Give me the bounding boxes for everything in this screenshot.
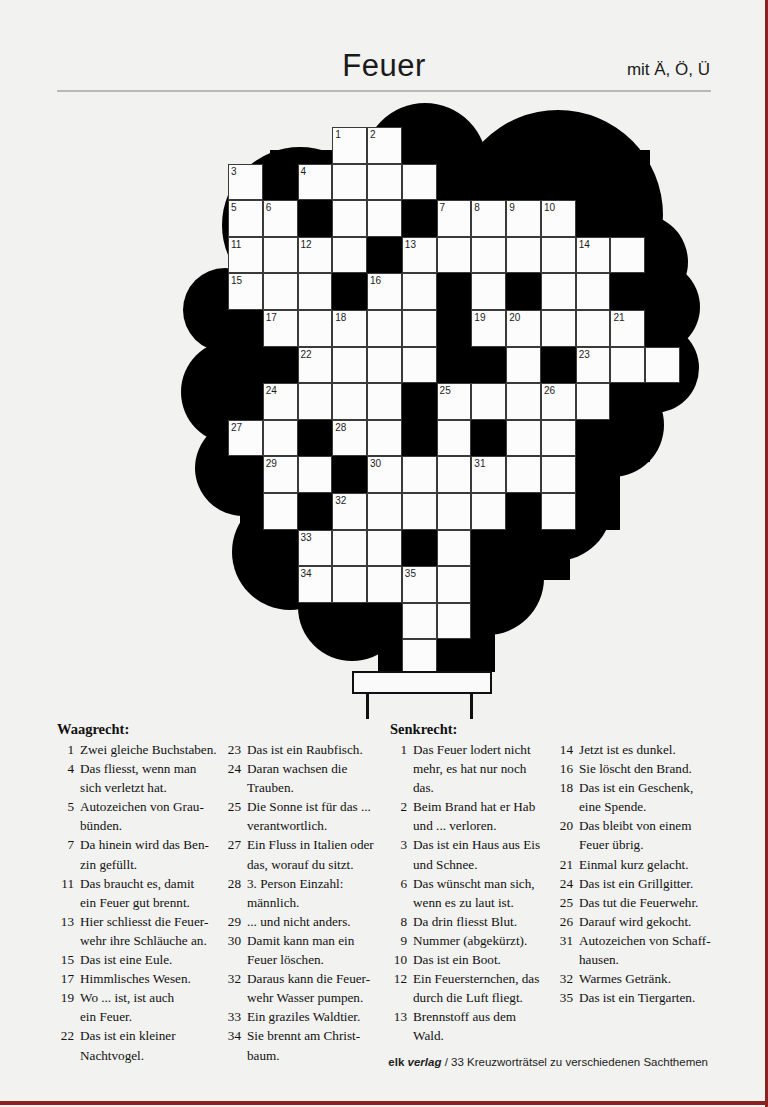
cell-r3c8[interactable]: 8 <box>471 200 506 237</box>
cell-r7c9[interactable] <box>506 347 541 384</box>
clue-text: Das Feuer lodert nicht mehr, es hat nur … <box>413 740 531 797</box>
cell-r10c3[interactable] <box>298 456 333 493</box>
cell-r4c4[interactable] <box>332 237 367 274</box>
clue-text: Sie löscht den Brand. <box>579 759 692 778</box>
cell-r12c3[interactable]: 33 <box>298 530 333 567</box>
cell-r4c8[interactable] <box>471 237 506 274</box>
clue-down-35: 35Das ist ein Tiergarten. <box>556 988 720 1007</box>
clue-number: 25 <box>556 893 573 912</box>
across-clues-col2: 23Das ist ein Raubfisch.24Daran wachsen … <box>224 740 396 1065</box>
cell-number-2: 2 <box>370 129 376 140</box>
cell-number-7: 7 <box>440 202 446 213</box>
clue-number: 3 <box>390 835 407 873</box>
cell-number-27: 27 <box>231 422 242 433</box>
cell-r6c4[interactable]: 18 <box>332 310 367 347</box>
cell-r10c9[interactable] <box>506 456 541 493</box>
clue-text: Das tut die Feuerwehr. <box>579 893 698 912</box>
clue-across-28: 283. Person Einzahl: männlich. <box>224 874 396 912</box>
clue-text: Autozeichen von Schaff- hausen. <box>579 931 711 969</box>
clue-across-24: 24Daran wachsen die Trauben. <box>224 759 396 797</box>
clue-number: 26 <box>556 912 573 931</box>
publisher-brand2: verlag <box>408 1056 442 1068</box>
clue-across-25: 25Die Sonne ist für das ... verantwortli… <box>224 797 396 835</box>
clue-down-16: 16Sie löscht den Brand. <box>556 759 720 778</box>
cell-r13c7[interactable] <box>437 566 472 603</box>
clue-down-9: 9Nummer (abgekürzt). <box>390 931 554 950</box>
cell-r2c3[interactable]: 4 <box>298 164 333 201</box>
clue-down-31: 31Autozeichen von Schaff- hausen. <box>556 931 720 969</box>
clue-number: 14 <box>556 740 573 759</box>
across-header: Waagrecht: <box>57 720 221 739</box>
clue-across-34: 34Sie brennt am Christ- baum. <box>224 1026 396 1064</box>
clue-number: 32 <box>224 969 241 1007</box>
clue-across-22: 22Das ist ein kleiner Nachtvogel. <box>57 1026 221 1064</box>
cell-r1c4[interactable]: 1 <box>332 127 367 164</box>
clue-across-19: 19Wo ... ist, ist auch ein Feuer. <box>57 988 221 1026</box>
torch-leg-left <box>366 694 369 719</box>
clue-across-17: 17Himmlisches Wesen. <box>57 969 221 988</box>
cell-r8c4[interactable] <box>332 383 367 420</box>
cell-r6c11[interactable] <box>576 310 611 347</box>
clue-number: 24 <box>556 874 573 893</box>
clue-down-13: 13Brennstoff aus dem Wald. <box>390 1007 554 1045</box>
cell-r4c11[interactable]: 14 <box>576 237 611 274</box>
clue-number: 25 <box>224 797 241 835</box>
cell-number-6: 6 <box>266 202 272 213</box>
cell-r4c1[interactable]: 11 <box>228 237 263 274</box>
clue-text: 3. Person Einzahl: männlich. <box>247 874 343 912</box>
cell-r10c5[interactable]: 30 <box>367 456 402 493</box>
cell-r7c3[interactable]: 22 <box>298 347 333 384</box>
clue-text: Warmes Getränk. <box>579 969 671 988</box>
clue-number: 1 <box>57 740 74 759</box>
clue-text: Da hinein wird das Ben- zin gefüllt. <box>80 835 209 873</box>
cell-r13c5[interactable] <box>367 566 402 603</box>
clue-number: 34 <box>224 1026 241 1064</box>
clue-text: Da drin fliesst Blut. <box>413 912 517 931</box>
clue-text: Das fliesst, wenn man sich verletzt hat. <box>80 759 196 797</box>
cell-r9c7[interactable] <box>437 420 472 457</box>
clue-text: Brennstoff aus dem Wald. <box>413 1007 516 1045</box>
cell-number-10: 10 <box>544 202 555 213</box>
cell-r5c6[interactable] <box>402 273 437 310</box>
cell-r11c8[interactable] <box>471 493 506 530</box>
clue-number: 32 <box>556 969 573 988</box>
cell-number-23: 23 <box>579 349 590 360</box>
clue-text: Das bleibt von einem Feuer übrig. <box>579 816 691 854</box>
clue-down-26: 26Darauf wird gekocht. <box>556 912 720 931</box>
cell-r4c6[interactable]: 13 <box>402 237 437 274</box>
cell-r5c1[interactable]: 15 <box>228 273 263 310</box>
down-clues-col2: 14Jetzt ist es dunkel.16Sie löscht den B… <box>556 740 720 1007</box>
clue-text: Zwei gleiche Buchstaben. <box>80 740 217 759</box>
clue-across-33: 33Ein graziles Waldtier. <box>224 1007 396 1026</box>
cell-number-3: 3 <box>231 166 237 177</box>
cell-number-20: 20 <box>509 312 520 323</box>
clue-down-8: 8Da drin fliesst Blut. <box>390 912 554 931</box>
cell-r11c4[interactable]: 32 <box>332 493 367 530</box>
clue-number: 15 <box>57 950 74 969</box>
cell-r8c8[interactable] <box>471 383 506 420</box>
cell-number-15: 15 <box>231 275 242 286</box>
cell-r4c3[interactable]: 12 <box>298 237 333 274</box>
cell-number-14: 14 <box>579 239 590 250</box>
across-clues-col1: Waagrecht: 1Zwei gleiche Buchstaben.4Das… <box>57 720 221 1065</box>
cell-r11c2[interactable] <box>263 493 298 530</box>
cell-r8c11[interactable] <box>576 383 611 420</box>
cell-r8c5[interactable] <box>367 383 402 420</box>
cell-r13c4[interactable] <box>332 566 367 603</box>
cell-r2c5[interactable] <box>367 164 402 201</box>
clue-text: Sie brennt am Christ- baum. <box>247 1026 360 1064</box>
cell-r3c7[interactable]: 7 <box>437 200 472 237</box>
clue-across-5: 5Autozeichen von Grau- bünden. <box>57 797 221 835</box>
clue-down-18: 18Das ist ein Geschenk, eine Spende. <box>556 778 720 816</box>
clue-text: Himmlisches Wesen. <box>80 969 191 988</box>
cell-r6c12[interactable]: 21 <box>610 310 645 347</box>
cell-r8c3[interactable] <box>298 383 333 420</box>
torch-base <box>352 671 492 694</box>
clue-down-3: 3Das ist ein Haus aus Eis und Schnee. <box>390 835 554 873</box>
cell-r7c12[interactable] <box>610 347 645 384</box>
cell-number-1: 1 <box>335 129 341 140</box>
cell-number-28: 28 <box>335 422 346 433</box>
clue-down-20: 20Das bleibt von einem Feuer übrig. <box>556 816 720 854</box>
clue-text: Das ist ein Boot. <box>413 950 501 969</box>
down-clue-list-2: 14Jetzt ist es dunkel.16Sie löscht den B… <box>556 740 720 1007</box>
clue-text: Einmal kurz gelacht. <box>579 855 689 874</box>
cell-r3c4[interactable] <box>332 200 367 237</box>
cell-r7c11[interactable]: 23 <box>576 347 611 384</box>
cell-r8c7[interactable]: 25 <box>437 383 472 420</box>
clue-text: Das ist eine Eule. <box>80 950 172 969</box>
clue-text: Das braucht es, damit ein Feuer gut bren… <box>80 874 194 912</box>
clue-text: Das ist ein Tiergarten. <box>579 988 695 1007</box>
clue-across-23: 23Das ist ein Raubfisch. <box>224 740 396 759</box>
page-title: Feuer <box>57 48 711 84</box>
clue-number: 18 <box>556 778 573 816</box>
clue-text: Ein graziles Waldtier. <box>247 1007 360 1026</box>
cell-r5c5[interactable]: 16 <box>367 273 402 310</box>
cell-r2c1[interactable]: 3 <box>228 164 263 201</box>
clue-down-24: 24Das ist ein Grillgitter. <box>556 874 720 893</box>
clue-number: 13 <box>390 1007 407 1045</box>
clue-number: 12 <box>390 969 407 1007</box>
cell-number-30: 30 <box>370 458 381 469</box>
cell-number-32: 32 <box>335 495 346 506</box>
clue-text: Jetzt ist es dunkel. <box>579 740 676 759</box>
cell-r3c9[interactable]: 9 <box>506 200 541 237</box>
clue-number: 27 <box>224 835 241 873</box>
torch-leg-right <box>470 694 473 719</box>
cell-r2c4[interactable] <box>332 164 367 201</box>
cell-r11c10[interactable] <box>541 493 576 530</box>
clue-across-15: 15Das ist eine Eule. <box>57 950 221 969</box>
clue-text: Das ist ein Raubfisch. <box>247 740 363 759</box>
publisher-brand: elk <box>388 1056 404 1068</box>
down-clue-list-1: 1Das Feuer lodert nicht mehr, es hat nur… <box>390 740 554 1046</box>
clue-number: 10 <box>390 950 407 969</box>
clue-text: Beim Brand hat er Hab und ... verloren. <box>413 797 535 835</box>
cell-r11c6[interactable] <box>402 493 437 530</box>
cell-r8c9[interactable] <box>506 383 541 420</box>
cell-r8c2[interactable]: 24 <box>263 383 298 420</box>
clue-number: 2 <box>390 797 407 835</box>
cell-r14c6[interactable] <box>402 603 437 640</box>
cell-r4c12[interactable] <box>610 237 645 274</box>
cell-r9c10[interactable] <box>541 420 576 457</box>
across-clue-list-1: 1Zwei gleiche Buchstaben.4Das fliesst, w… <box>57 740 221 1065</box>
cell-number-29: 29 <box>266 458 277 469</box>
clue-number: 13 <box>57 912 74 950</box>
cell-number-4: 4 <box>301 166 307 177</box>
clue-number: 19 <box>57 988 74 1026</box>
down-clues-col1: Senkrecht: 1Das Feuer lodert nicht mehr,… <box>390 720 554 1046</box>
cell-r9c5[interactable] <box>367 420 402 457</box>
clue-number: 31 <box>556 931 573 969</box>
cell-number-25: 25 <box>440 385 451 396</box>
clue-number: 5 <box>57 797 74 835</box>
clue-across-29: 29... und nicht anders. <box>224 912 396 931</box>
clue-number: 33 <box>224 1007 241 1026</box>
clue-across-11: 11Das braucht es, damit ein Feuer gut br… <box>57 874 221 912</box>
cell-r12c4[interactable] <box>332 530 367 567</box>
clue-down-12: 12Ein Feuersternchen, das durch die Luft… <box>390 969 554 1007</box>
clue-number: 1 <box>390 740 407 797</box>
cell-r5c2[interactable] <box>263 273 298 310</box>
cell-number-22: 22 <box>301 349 312 360</box>
clue-text: Wo ... ist, ist auch ein Feuer. <box>80 988 174 1026</box>
cell-r9c9[interactable] <box>506 420 541 457</box>
clue-across-13: 13Hier schliesst die Feuer- wehr ihre Sc… <box>57 912 221 950</box>
clue-text: Ein Feuersternchen, das durch die Luft f… <box>413 969 539 1007</box>
cell-number-33: 33 <box>301 532 312 543</box>
clue-text: Darauf wird gekocht. <box>579 912 691 931</box>
clue-number: 8 <box>390 912 407 931</box>
clue-number: 4 <box>57 759 74 797</box>
cell-number-19: 19 <box>474 312 485 323</box>
cell-r6c5[interactable] <box>367 310 402 347</box>
cell-r6c10[interactable] <box>541 310 576 347</box>
cell-r5c11[interactable] <box>576 273 611 310</box>
clue-down-1: 1Das Feuer lodert nicht mehr, es hat nur… <box>390 740 554 797</box>
cell-r12c5[interactable] <box>367 530 402 567</box>
cell-r9c1[interactable]: 27 <box>228 420 263 457</box>
clue-number: 20 <box>556 816 573 854</box>
cell-r4c7[interactable] <box>437 237 472 274</box>
cell-r2c6[interactable] <box>402 164 437 201</box>
clue-text: Ein Fluss in Italien oder das, worauf du… <box>247 835 374 873</box>
clue-number: 21 <box>556 855 573 874</box>
clue-across-27: 27Ein Fluss in Italien oder das, worauf … <box>224 835 396 873</box>
cell-r9c4[interactable]: 28 <box>332 420 367 457</box>
clue-down-10: 10Das ist ein Boot. <box>390 950 554 969</box>
cell-number-18: 18 <box>335 312 346 323</box>
down-header: Senkrecht: <box>390 720 554 739</box>
clue-down-25: 25Das tut die Feuerwehr. <box>556 893 720 912</box>
clue-across-32: 32Daraus kann die Feuer- wehr Wasser pum… <box>224 969 396 1007</box>
cell-r10c6[interactable] <box>402 456 437 493</box>
clue-across-30: 30Damit kann man ein Feuer löschen. <box>224 931 396 969</box>
cell-r6c6[interactable] <box>402 310 437 347</box>
across-clue-list-2: 23Das ist ein Raubfisch.24Daran wachsen … <box>224 740 396 1065</box>
clue-text: Daran wachsen die Trauben. <box>247 759 347 797</box>
clue-text: Daraus kann die Feuer- wehr Wasser pumpe… <box>247 969 370 1007</box>
cell-r6c8[interactable]: 19 <box>471 310 506 347</box>
clue-number: 6 <box>390 874 407 912</box>
cell-r5c3[interactable] <box>298 273 333 310</box>
clue-number: 24 <box>224 759 241 797</box>
cell-r14c7[interactable] <box>437 603 472 640</box>
cell-r10c2[interactable]: 29 <box>263 456 298 493</box>
clue-number: 7 <box>57 835 74 873</box>
umlaut-note: mit Ä, Ö, Ü <box>627 60 710 80</box>
page-edge-bottom <box>0 1101 768 1105</box>
clue-text: Das ist ein kleiner Nachtvogel. <box>80 1026 176 1064</box>
clue-number: 16 <box>556 759 573 778</box>
cell-r13c3[interactable]: 34 <box>298 566 333 603</box>
clue-down-6: 6Das wünscht man sich, wenn es zu laut i… <box>390 874 554 912</box>
cell-r11c7[interactable] <box>437 493 472 530</box>
clue-down-21: 21Einmal kurz gelacht. <box>556 855 720 874</box>
clue-text: Damit kann man ein Feuer löschen. <box>247 931 354 969</box>
cell-number-26: 26 <box>544 385 555 396</box>
cell-r10c8[interactable]: 31 <box>471 456 506 493</box>
crossword-grid[interactable]: 1234567891011121314151617181920212223242… <box>228 127 680 676</box>
cell-number-5: 5 <box>231 202 237 213</box>
cell-number-16: 16 <box>370 275 381 286</box>
clue-text: Hier schliesst die Feuer- wehr ihre Schl… <box>80 912 208 950</box>
title-rule <box>57 90 711 92</box>
clue-text: ... und nicht anders. <box>247 912 351 931</box>
clue-text: Das ist ein Haus aus Eis und Schnee. <box>413 835 540 873</box>
cell-r5c8[interactable] <box>471 273 506 310</box>
clue-down-2: 2Beim Brand hat er Hab und ... verloren. <box>390 797 554 835</box>
clue-number: 28 <box>224 874 241 912</box>
clue-number: 30 <box>224 931 241 969</box>
cell-r6c2[interactable]: 17 <box>263 310 298 347</box>
cell-number-17: 17 <box>266 312 277 323</box>
clue-number: 11 <box>57 874 74 912</box>
clue-text: Das ist ein Grillgitter. <box>579 874 693 893</box>
clue-number: 23 <box>224 740 241 759</box>
clue-number: 9 <box>390 931 407 950</box>
cell-r4c9[interactable] <box>506 237 541 274</box>
cell-r12c7[interactable] <box>437 530 472 567</box>
cell-r4c2[interactable] <box>263 237 298 274</box>
cell-r1c5[interactable]: 2 <box>367 127 402 164</box>
cell-r7c5[interactable] <box>367 347 402 384</box>
clue-text: Autozeichen von Grau- bünden. <box>80 797 204 835</box>
cell-r10c7[interactable] <box>437 456 472 493</box>
cell-number-8: 8 <box>474 202 480 213</box>
cell-r3c5[interactable] <box>367 200 402 237</box>
publisher-footer: elk verlag / 33 Kreuzworträtsel zu versc… <box>388 1056 708 1068</box>
clue-text: Das ist ein Geschenk, eine Spende. <box>579 778 693 816</box>
cell-r4c10[interactable] <box>541 237 576 274</box>
cell-r10c10[interactable] <box>541 456 576 493</box>
cell-number-13: 13 <box>405 239 416 250</box>
clue-text: Nummer (abgekürzt). <box>413 931 527 950</box>
cell-r3c10[interactable]: 10 <box>541 200 576 237</box>
clue-number: 17 <box>57 969 74 988</box>
cell-r6c3[interactable] <box>298 310 333 347</box>
cell-r8c10[interactable]: 26 <box>541 383 576 420</box>
cell-number-24: 24 <box>266 385 277 396</box>
cell-number-34: 34 <box>301 568 312 579</box>
clue-text: Die Sonne ist für das ... verantwortlich… <box>247 797 371 835</box>
cell-number-35: 35 <box>405 568 416 579</box>
cell-number-9: 9 <box>509 202 515 213</box>
cell-r3c1[interactable]: 5 <box>228 200 263 237</box>
clue-across-7: 7Da hinein wird das Ben- zin gefüllt. <box>57 835 221 873</box>
cell-r7c6[interactable] <box>402 347 437 384</box>
cell-number-11: 11 <box>231 239 241 250</box>
clue-down-32: 32Warmes Getränk. <box>556 969 720 988</box>
cell-r9c2[interactable] <box>263 420 298 457</box>
cell-r13c6[interactable]: 35 <box>402 566 437 603</box>
cell-number-31: 31 <box>474 458 485 469</box>
clue-text: Das wünscht man sich, wenn es zu laut is… <box>413 874 535 912</box>
footer-series: / 33 Kreuzworträtsel zu verschiedenen Sa… <box>441 1056 708 1068</box>
cell-r11c5[interactable] <box>367 493 402 530</box>
cell-r3c2[interactable]: 6 <box>263 200 298 237</box>
cell-r7c4[interactable] <box>332 347 367 384</box>
cell-r7c13[interactable] <box>645 347 680 384</box>
clue-number: 35 <box>556 988 573 1007</box>
clue-across-4: 4Das fliesst, wenn man sich verletzt hat… <box>57 759 221 797</box>
cell-number-12: 12 <box>301 239 312 250</box>
cell-number-21: 21 <box>613 312 624 323</box>
clue-number: 29 <box>224 912 241 931</box>
cell-r5c10[interactable] <box>541 273 576 310</box>
clue-number: 22 <box>57 1026 74 1064</box>
clue-across-1: 1Zwei gleiche Buchstaben. <box>57 740 221 759</box>
cell-r6c9[interactable]: 20 <box>506 310 541 347</box>
clue-down-14: 14Jetzt ist es dunkel. <box>556 740 720 759</box>
